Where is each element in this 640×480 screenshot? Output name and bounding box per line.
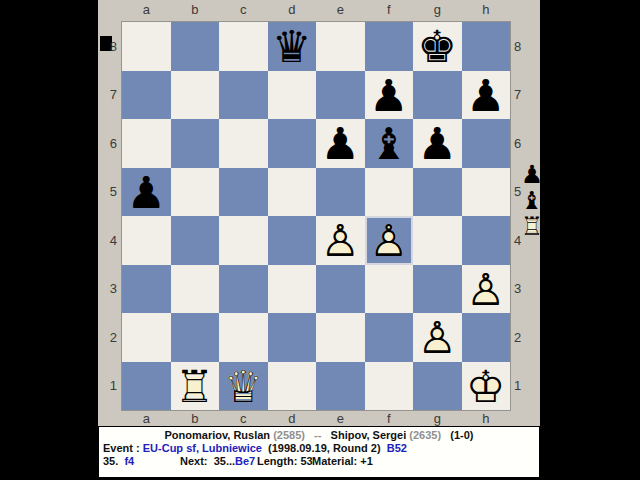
square-g4[interactable] <box>413 216 462 265</box>
current-move: 35. f4 <box>103 455 134 467</box>
square-f4[interactable]: ♟ <box>365 216 414 265</box>
material-balance: Material: +1 <box>312 455 373 467</box>
square-b8[interactable] <box>171 22 220 71</box>
square-e2[interactable] <box>316 313 365 362</box>
game-length: Length: 53 <box>257 455 313 467</box>
square-e8[interactable] <box>316 22 365 71</box>
coord-label-d: d <box>268 411 317 426</box>
black-bishop-piece: ♝ <box>519 187 545 213</box>
square-h8[interactable] <box>462 22 511 71</box>
black-player-rating: (2635) <box>409 429 441 441</box>
coord-label-f: f <box>365 0 414 20</box>
square-a6[interactable] <box>122 119 171 168</box>
square-f8[interactable] <box>365 22 414 71</box>
square-c6[interactable] <box>219 119 268 168</box>
coord-label-b: b <box>171 0 220 20</box>
coord-label-1: 1 <box>98 362 120 411</box>
square-f2[interactable] <box>365 313 414 362</box>
square-f3[interactable] <box>365 265 414 314</box>
white-pawn-f4[interactable]: ♟ <box>365 216 414 265</box>
square-a7[interactable] <box>122 71 171 120</box>
next-move: Next: 35...Be7 <box>180 455 255 467</box>
event-line: Event : EU-Cup sf, Lubniewice (1998.09.1… <box>99 442 539 454</box>
square-e5[interactable] <box>316 168 365 217</box>
square-e4[interactable]: ♟ <box>316 216 365 265</box>
coord-label-g: g <box>413 411 462 426</box>
square-h6[interactable] <box>462 119 511 168</box>
square-e7[interactable] <box>316 71 365 120</box>
coord-label-a: a <box>122 0 171 20</box>
square-b1[interactable]: ♜ <box>171 362 220 411</box>
square-e3[interactable] <box>316 265 365 314</box>
square-a1[interactable] <box>122 362 171 411</box>
coord-label-7: 7 <box>511 71 533 120</box>
rank-labels-left: 87654321 <box>98 22 120 410</box>
square-c8[interactable] <box>219 22 268 71</box>
eco-code: B52 <box>387 442 407 454</box>
file-labels-top: abcdefgh <box>122 0 510 20</box>
square-h7[interactable]: ♟ <box>462 71 511 120</box>
square-d2[interactable] <box>268 313 317 362</box>
square-f1[interactable] <box>365 362 414 411</box>
square-h2[interactable] <box>462 313 511 362</box>
coord-label-1: 1 <box>511 362 533 411</box>
event-details: (1998.09.19, Round 2) <box>268 442 381 454</box>
square-f7[interactable]: ♟ <box>365 71 414 120</box>
square-h1[interactable]: ♚ <box>462 362 511 411</box>
black-pawn-h7[interactable]: ♟ <box>462 71 511 120</box>
square-c5[interactable] <box>219 168 268 217</box>
coord-label-a: a <box>122 411 171 426</box>
square-d7[interactable] <box>268 71 317 120</box>
coord-label-d: d <box>268 0 317 20</box>
square-d5[interactable] <box>268 168 317 217</box>
square-b4[interactable] <box>171 216 220 265</box>
white-rook-piece: ♜ <box>519 213 545 239</box>
square-e6[interactable]: ♟ <box>316 119 365 168</box>
coord-label-2: 2 <box>98 313 120 362</box>
coord-label-8: 8 <box>511 22 533 71</box>
black-pawn-f7[interactable]: ♟ <box>365 71 414 120</box>
white-rook-b1[interactable]: ♜ <box>171 362 220 411</box>
white-queen-c1[interactable]: ♛ <box>219 362 268 411</box>
square-c1[interactable]: ♛ <box>219 362 268 411</box>
black-pawn-g6[interactable]: ♟ <box>413 119 462 168</box>
coord-label-g: g <box>413 0 462 20</box>
square-a3[interactable] <box>122 265 171 314</box>
coord-label-e: e <box>316 0 365 20</box>
coord-label-c: c <box>219 411 268 426</box>
screenshot-root: { "game": "chess", "position": { "fen": … <box>0 0 640 480</box>
square-g1[interactable] <box>413 362 462 411</box>
coord-label-7: 7 <box>98 71 120 120</box>
coord-label-8: 8 <box>98 22 120 71</box>
square-h5[interactable] <box>462 168 511 217</box>
square-c3[interactable] <box>219 265 268 314</box>
black-pawn-piece: ♟ <box>519 161 545 187</box>
black-bishop-f6[interactable]: ♝ <box>365 119 414 168</box>
game-info-panel: Ponomariov, Ruslan (2585) -- Shipov, Ser… <box>98 426 540 478</box>
coord-label-c: c <box>219 0 268 20</box>
white-pawn-h3[interactable]: ♟ <box>462 265 511 314</box>
square-h3[interactable]: ♟ <box>462 265 511 314</box>
square-d4[interactable] <box>268 216 317 265</box>
board-panel: abcdefgh 87654321 ♛♚♟♟♟♝♟♟♟♟♟♟♜♛♚ 876543… <box>98 0 540 426</box>
square-g8[interactable]: ♚ <box>413 22 462 71</box>
square-c4[interactable] <box>219 216 268 265</box>
coord-label-e: e <box>316 411 365 426</box>
coord-label-5: 5 <box>98 168 120 217</box>
white-pawn-g2[interactable]: ♟ <box>413 313 462 362</box>
black-player-name: Shipov, Sergei <box>331 429 407 441</box>
chess-board[interactable]: ♛♚♟♟♟♝♟♟♟♟♟♟♜♛♚ <box>122 22 510 410</box>
white-king-h1[interactable]: ♚ <box>462 362 511 411</box>
square-b7[interactable] <box>171 71 220 120</box>
square-g6[interactable]: ♟ <box>413 119 462 168</box>
square-b5[interactable] <box>171 168 220 217</box>
square-g2[interactable]: ♟ <box>413 313 462 362</box>
coord-label-3: 3 <box>98 265 120 314</box>
event-name: EU-Cup sf, Lubniewice <box>143 442 262 454</box>
coord-label-h: h <box>462 0 511 20</box>
square-b6[interactable] <box>171 119 220 168</box>
square-a4[interactable] <box>122 216 171 265</box>
coord-label-4: 4 <box>98 216 120 265</box>
game-result: (1-0) <box>450 429 473 441</box>
coord-label-6: 6 <box>98 119 120 168</box>
square-h4[interactable] <box>462 216 511 265</box>
white-player-rating: (2585) <box>273 429 305 441</box>
square-g5[interactable] <box>413 168 462 217</box>
square-c7[interactable] <box>219 71 268 120</box>
captured-pieces-tray: ♟♝♜ <box>519 161 545 239</box>
square-b2[interactable] <box>171 313 220 362</box>
event-label: Event : <box>103 442 140 454</box>
square-d6[interactable] <box>268 119 317 168</box>
square-f6[interactable]: ♝ <box>365 119 414 168</box>
square-d1[interactable] <box>268 362 317 411</box>
coord-label-f: f <box>365 411 414 426</box>
square-g3[interactable] <box>413 265 462 314</box>
square-c2[interactable] <box>219 313 268 362</box>
move-line: 35. f4 Next: 35...Be7 Length: 53 Materia… <box>99 455 539 468</box>
coord-label-3: 3 <box>511 265 533 314</box>
white-player-name: Ponomariov, Ruslan <box>165 429 271 441</box>
file-labels-bottom: abcdefgh <box>122 411 510 426</box>
square-a8[interactable] <box>122 22 171 71</box>
square-d8[interactable]: ♛ <box>268 22 317 71</box>
square-g7[interactable] <box>413 71 462 120</box>
black-pawn-e6[interactable]: ♟ <box>316 119 365 168</box>
black-queen-d8[interactable]: ♛ <box>268 22 317 71</box>
square-d3[interactable] <box>268 265 317 314</box>
square-f5[interactable] <box>365 168 414 217</box>
square-e1[interactable] <box>316 362 365 411</box>
square-a2[interactable] <box>122 313 171 362</box>
square-b3[interactable] <box>171 265 220 314</box>
players-line: Ponomariov, Ruslan (2585) -- Shipov, Ser… <box>99 429 539 441</box>
white-pawn-e4[interactable]: ♟ <box>316 216 365 265</box>
coord-label-h: h <box>462 411 511 426</box>
coord-label-b: b <box>171 411 220 426</box>
square-a5[interactable]: ♟ <box>122 168 171 217</box>
black-king-g8[interactable]: ♚ <box>413 22 462 71</box>
coord-label-2: 2 <box>511 313 533 362</box>
black-pawn-a5[interactable]: ♟ <box>122 168 171 217</box>
